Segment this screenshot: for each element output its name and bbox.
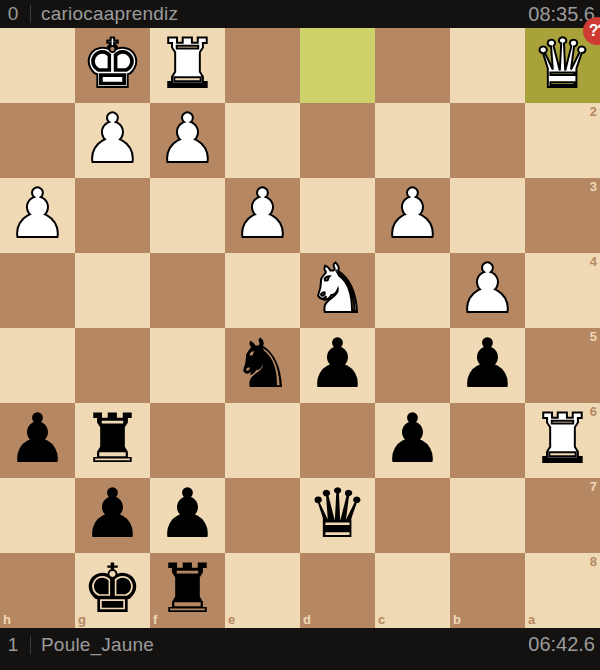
square-e7[interactable] <box>225 478 300 553</box>
square-e4[interactable] <box>225 253 300 328</box>
square-a3[interactable]: 3 <box>525 178 600 253</box>
square-h8[interactable]: h <box>0 553 75 628</box>
square-g1[interactable]: ♚ <box>75 28 150 103</box>
square-h2[interactable] <box>0 103 75 178</box>
square-c8[interactable]: c <box>375 553 450 628</box>
square-b2[interactable] <box>450 103 525 178</box>
piece-black-queen[interactable]: ♛ <box>307 480 368 548</box>
square-c1[interactable] <box>375 28 450 103</box>
bottom-player-bar: 1 Poule_Jaune 06:42.6 <box>0 628 600 670</box>
coord-file-c: c <box>378 613 385 626</box>
piece-black-pawn[interactable]: ♟ <box>382 405 443 473</box>
square-h3[interactable]: ♟ <box>0 178 75 253</box>
square-f7[interactable]: ♟ <box>150 478 225 553</box>
piece-black-pawn[interactable]: ♟ <box>307 330 368 398</box>
square-b5[interactable]: ♟ <box>450 328 525 403</box>
piece-white-king[interactable]: ♚ <box>82 30 143 98</box>
square-e1[interactable] <box>225 28 300 103</box>
chess-board: ♚♜♛1♟♟2♟♟♟3♞♟4♞♟♟5♟♜♟♜6♟♟♛7h♚g♜fedcba8 <box>0 28 600 628</box>
coord-rank-5: 5 <box>590 330 597 343</box>
piece-white-pawn[interactable]: ♟ <box>382 180 443 248</box>
square-h7[interactable] <box>0 478 75 553</box>
piece-white-knight[interactable]: ♞ <box>307 255 368 323</box>
square-a8[interactable]: a8 <box>525 553 600 628</box>
coord-file-g: g <box>78 613 86 626</box>
piece-white-rook[interactable]: ♜ <box>532 405 593 473</box>
coord-rank-2: 2 <box>590 105 597 118</box>
square-g5[interactable] <box>75 328 150 403</box>
coord-file-d: d <box>303 613 311 626</box>
piece-white-queen[interactable]: ♛ <box>532 30 593 98</box>
square-c3[interactable]: ♟ <box>375 178 450 253</box>
piece-white-rook[interactable]: ♜ <box>157 30 218 98</box>
square-b7[interactable] <box>450 478 525 553</box>
square-f1[interactable]: ♜ <box>150 28 225 103</box>
top-player-name: cariocaaprendiz <box>41 3 178 25</box>
coord-file-f: f <box>153 613 157 626</box>
score-divider <box>30 636 31 654</box>
square-d5[interactable]: ♟ <box>300 328 375 403</box>
square-g6[interactable]: ♜ <box>75 403 150 478</box>
coord-file-b: b <box>453 613 461 626</box>
square-h1[interactable] <box>0 28 75 103</box>
bottom-player-clock: 06:42.6 <box>528 633 595 656</box>
square-d1[interactable] <box>300 28 375 103</box>
piece-black-pawn[interactable]: ♟ <box>82 480 143 548</box>
square-g3[interactable] <box>75 178 150 253</box>
bottom-player-score: 1 <box>6 634 20 656</box>
square-a2[interactable]: 2 <box>525 103 600 178</box>
coord-rank-4: 4 <box>590 255 597 268</box>
square-a4[interactable]: 4 <box>525 253 600 328</box>
square-e5[interactable]: ♞ <box>225 328 300 403</box>
square-h6[interactable]: ♟ <box>0 403 75 478</box>
square-g7[interactable]: ♟ <box>75 478 150 553</box>
square-f8[interactable]: ♜f <box>150 553 225 628</box>
square-f5[interactable] <box>150 328 225 403</box>
square-f6[interactable] <box>150 403 225 478</box>
square-a5[interactable]: 5 <box>525 328 600 403</box>
square-f4[interactable] <box>150 253 225 328</box>
piece-black-rook[interactable]: ♜ <box>82 405 143 473</box>
square-c2[interactable] <box>375 103 450 178</box>
square-d4[interactable]: ♞ <box>300 253 375 328</box>
score-divider <box>30 5 31 23</box>
piece-black-pawn[interactable]: ♟ <box>7 405 68 473</box>
coord-rank-8: 8 <box>590 555 597 568</box>
bottom-player-name: Poule_Jaune <box>41 634 154 656</box>
square-d2[interactable] <box>300 103 375 178</box>
square-d7[interactable]: ♛ <box>300 478 375 553</box>
top-player-score: 0 <box>6 3 20 25</box>
square-c5[interactable] <box>375 328 450 403</box>
square-b8[interactable]: b <box>450 553 525 628</box>
piece-white-pawn[interactable]: ♟ <box>232 180 293 248</box>
coord-rank-3: 3 <box>590 180 597 193</box>
piece-white-pawn[interactable]: ♟ <box>157 105 218 173</box>
square-f3[interactable] <box>150 178 225 253</box>
square-a6[interactable]: ♜6 <box>525 403 600 478</box>
square-c7[interactable] <box>375 478 450 553</box>
square-c6[interactable]: ♟ <box>375 403 450 478</box>
square-b1[interactable] <box>450 28 525 103</box>
square-b4[interactable]: ♟ <box>450 253 525 328</box>
square-e8[interactable]: e <box>225 553 300 628</box>
square-h5[interactable] <box>0 328 75 403</box>
square-g4[interactable] <box>75 253 150 328</box>
square-d8[interactable]: d <box>300 553 375 628</box>
piece-black-rook[interactable]: ♜ <box>157 555 218 623</box>
piece-white-pawn[interactable]: ♟ <box>7 180 68 248</box>
square-g2[interactable]: ♟ <box>75 103 150 178</box>
square-g8[interactable]: ♚g <box>75 553 150 628</box>
piece-white-pawn[interactable]: ♟ <box>457 255 518 323</box>
piece-white-pawn[interactable]: ♟ <box>82 105 143 173</box>
square-c4[interactable] <box>375 253 450 328</box>
piece-black-pawn[interactable]: ♟ <box>457 330 518 398</box>
square-d3[interactable] <box>300 178 375 253</box>
coord-rank-7: 7 <box>590 480 597 493</box>
square-b3[interactable] <box>450 178 525 253</box>
coord-file-a: a <box>528 613 535 626</box>
square-b6[interactable] <box>450 403 525 478</box>
square-f2[interactable]: ♟ <box>150 103 225 178</box>
square-h4[interactable] <box>0 253 75 328</box>
piece-black-king[interactable]: ♚ <box>82 555 143 623</box>
coord-rank-6: 6 <box>590 405 597 418</box>
square-a7[interactable]: 7 <box>525 478 600 553</box>
coord-file-h: h <box>3 613 11 626</box>
piece-black-pawn[interactable]: ♟ <box>157 480 218 548</box>
piece-black-knight[interactable]: ♞ <box>232 330 293 398</box>
square-d6[interactable] <box>300 403 375 478</box>
square-e2[interactable] <box>225 103 300 178</box>
square-e3[interactable]: ♟ <box>225 178 300 253</box>
square-e6[interactable] <box>225 403 300 478</box>
coord-file-e: e <box>228 613 235 626</box>
